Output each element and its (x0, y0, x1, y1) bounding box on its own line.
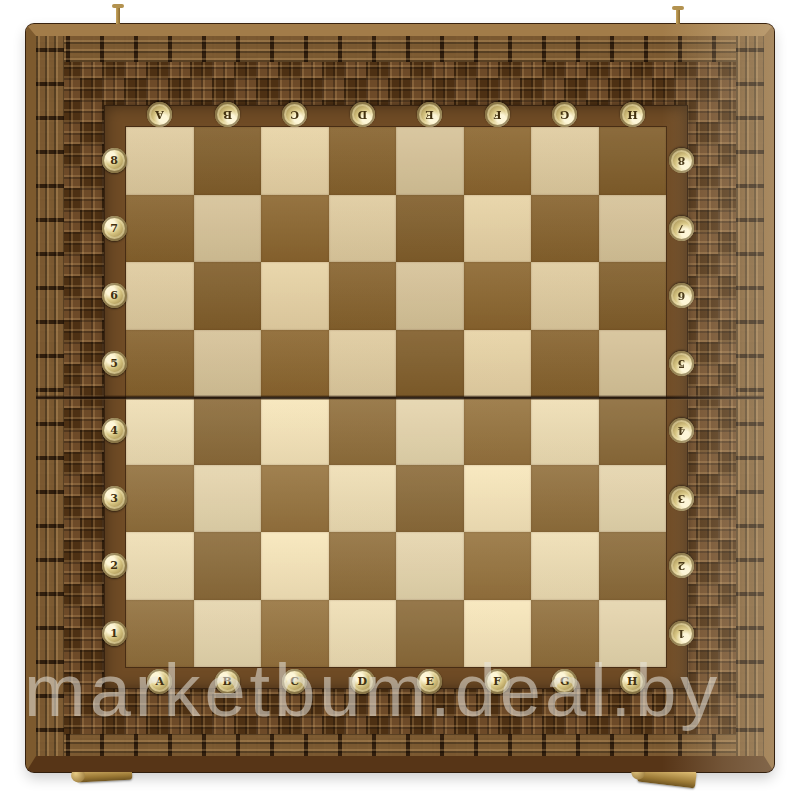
latch-pin-icon (116, 7, 120, 25)
chess-box: AA88BB77CC66DD55EE44FF33GG22HH11 (26, 24, 774, 772)
rank-label-left-4: 4 (102, 418, 127, 443)
square-a1[interactable] (126, 600, 194, 668)
rank-label-right-7: 7 (669, 216, 694, 241)
square-g8[interactable] (531, 127, 599, 195)
square-c4[interactable] (261, 397, 329, 465)
square-e1[interactable] (396, 600, 464, 668)
rank-label-left-3: 3 (102, 486, 127, 511)
file-label-bottom-e: E (417, 669, 442, 694)
square-e3[interactable] (396, 465, 464, 533)
square-g4[interactable] (531, 397, 599, 465)
file-label-bottom-a: A (147, 669, 172, 694)
product-photo: AA88BB77CC66DD55EE44FF33GG22HH11 marketb… (0, 0, 800, 800)
square-d8[interactable] (329, 127, 397, 195)
square-c1[interactable] (261, 600, 329, 668)
square-b6[interactable] (194, 262, 262, 330)
fold-seam (26, 395, 774, 400)
square-c3[interactable] (261, 465, 329, 533)
square-a3[interactable] (126, 465, 194, 533)
square-f3[interactable] (464, 465, 532, 533)
square-f6[interactable] (464, 262, 532, 330)
file-label-bottom-d: D (350, 669, 375, 694)
square-a6[interactable] (126, 262, 194, 330)
square-f1[interactable] (464, 600, 532, 668)
file-label-bottom-c: C (282, 669, 307, 694)
square-f7[interactable] (464, 195, 532, 263)
square-e5[interactable] (396, 330, 464, 398)
square-b5[interactable] (194, 330, 262, 398)
square-f5[interactable] (464, 330, 532, 398)
square-c2[interactable] (261, 532, 329, 600)
square-a8[interactable] (126, 127, 194, 195)
square-f8[interactable] (464, 127, 532, 195)
square-g2[interactable] (531, 532, 599, 600)
square-d2[interactable] (329, 532, 397, 600)
square-h6[interactable] (599, 262, 667, 330)
rank-label-right-6: 6 (669, 283, 694, 308)
square-g7[interactable] (531, 195, 599, 263)
square-c8[interactable] (261, 127, 329, 195)
square-a2[interactable] (126, 532, 194, 600)
square-e6[interactable] (396, 262, 464, 330)
square-h8[interactable] (599, 127, 667, 195)
rank-label-left-5: 5 (102, 351, 127, 376)
square-d4[interactable] (329, 397, 397, 465)
file-label-top-c: C (282, 102, 307, 127)
square-a7[interactable] (126, 195, 194, 263)
square-e8[interactable] (396, 127, 464, 195)
square-b4[interactable] (194, 397, 262, 465)
rank-label-left-7: 7 (102, 216, 127, 241)
file-label-bottom-b: B (215, 669, 240, 694)
rank-label-left-6: 6 (102, 283, 127, 308)
square-b8[interactable] (194, 127, 262, 195)
square-b1[interactable] (194, 600, 262, 668)
brass-hinge-icon (78, 765, 133, 783)
square-a5[interactable] (126, 330, 194, 398)
file-label-top-a: A (147, 102, 172, 127)
file-label-top-b: B (215, 102, 240, 127)
rank-label-right-8: 8 (669, 148, 694, 173)
square-b3[interactable] (194, 465, 262, 533)
square-a4[interactable] (126, 397, 194, 465)
square-f2[interactable] (464, 532, 532, 600)
square-e2[interactable] (396, 532, 464, 600)
square-h3[interactable] (599, 465, 667, 533)
rank-label-right-5: 5 (669, 351, 694, 376)
square-h1[interactable] (599, 600, 667, 668)
square-c7[interactable] (261, 195, 329, 263)
square-h2[interactable] (599, 532, 667, 600)
rank-label-right-2: 2 (669, 553, 694, 578)
file-label-bottom-f: F (485, 669, 510, 694)
file-label-top-d: D (350, 102, 375, 127)
square-g3[interactable] (531, 465, 599, 533)
file-label-top-f: F (485, 102, 510, 127)
square-c6[interactable] (261, 262, 329, 330)
square-d3[interactable] (329, 465, 397, 533)
square-f4[interactable] (464, 397, 532, 465)
square-e7[interactable] (396, 195, 464, 263)
square-e4[interactable] (396, 397, 464, 465)
file-label-top-e: E (417, 102, 442, 127)
square-d1[interactable] (329, 600, 397, 668)
square-d5[interactable] (329, 330, 397, 398)
square-h4[interactable] (599, 397, 667, 465)
square-c5[interactable] (261, 330, 329, 398)
rank-label-right-4: 4 (669, 418, 694, 443)
square-g6[interactable] (531, 262, 599, 330)
file-label-bottom-g: G (552, 669, 577, 694)
rank-label-left-2: 2 (102, 553, 127, 578)
file-label-bottom-h: H (620, 669, 645, 694)
square-d7[interactable] (329, 195, 397, 263)
square-d6[interactable] (329, 262, 397, 330)
latch-pin-icon (676, 9, 680, 27)
square-h7[interactable] (599, 195, 667, 263)
square-b2[interactable] (194, 532, 262, 600)
file-label-top-h: H (620, 102, 645, 127)
square-b7[interactable] (194, 195, 262, 263)
square-g1[interactable] (531, 600, 599, 668)
rank-label-right-3: 3 (669, 486, 694, 511)
file-label-top-g: G (552, 102, 577, 127)
rank-label-left-8: 8 (102, 148, 127, 173)
square-h5[interactable] (599, 330, 667, 398)
rank-label-left-1: 1 (102, 621, 127, 646)
rank-label-right-1: 1 (669, 621, 694, 646)
square-g5[interactable] (531, 330, 599, 398)
